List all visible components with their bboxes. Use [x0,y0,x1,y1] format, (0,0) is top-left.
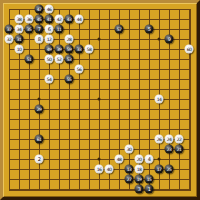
go-stone-white-12: 12 [45,35,54,44]
go-stone-black-49: 49 [45,45,54,54]
go-stone-black-25: 25 [165,165,174,174]
go-stone-black-53: 53 [65,55,74,64]
go-stone-white-56: 56 [75,65,84,74]
go-stone-black-7: 7 [35,25,44,34]
go-stone-white-26: 26 [155,135,164,144]
go-stone-white-46: 46 [45,5,54,14]
go-stone-black-61: 61 [35,135,44,144]
go-stone-black-13: 13 [125,165,134,174]
go-stone-black-57: 57 [115,25,124,34]
go-stone-white-10: 10 [15,45,24,54]
go-stone-black-21: 21 [175,145,184,154]
go-stone-black-47: 47 [35,5,44,14]
go-stone-white-60: 60 [185,45,194,54]
go-stone-black-35: 35 [25,25,34,34]
go-stone-white-40: 40 [105,165,114,174]
go-stone-white-24: 24 [165,135,174,144]
go-stone-white-36: 36 [25,15,34,24]
go-stone-black-45: 45 [35,15,44,24]
go-stone-black-43: 43 [65,15,74,24]
go-stone-white-50: 50 [45,55,54,64]
go-stone-black-37: 37 [5,25,14,34]
go-stone-black-17: 17 [155,165,164,174]
go-board[interactable]: 1234567891011121314151617181920212223242… [3,3,197,197]
go-stone-white-8: 8 [35,35,44,44]
go-stone-black-1: 1 [145,185,154,194]
star-point [158,38,161,41]
go-stone-white-32: 32 [5,35,14,44]
go-stone-white-48: 48 [115,155,124,164]
go-stone-white-38: 38 [15,15,24,24]
go-stone-white-42: 42 [55,15,64,24]
go-stone-black-41: 41 [45,15,54,24]
go-stone-white-2: 2 [35,155,44,164]
go-stone-black-11: 11 [55,25,64,34]
go-stone-black-59: 59 [65,45,74,54]
go-stone-black-5: 5 [145,25,154,34]
go-stone-white-54: 54 [45,75,54,84]
go-stone-white-34: 34 [15,25,24,34]
go-stone-black-15: 15 [145,175,154,184]
star-point [98,158,101,161]
go-stone-white-52: 52 [55,55,64,64]
go-stone-white-4: 4 [145,155,154,164]
go-stone-black-33: 33 [75,45,84,54]
star-point [38,98,41,101]
go-stone-black-9: 9 [165,35,174,44]
star-point [98,38,101,41]
go-stone-white-44: 44 [75,15,84,24]
go-stone-black-31: 31 [15,35,24,44]
star-point [158,158,161,161]
go-stone-white-22: 22 [175,135,184,144]
go-stone-black-3: 3 [135,185,144,194]
go-stone-white-16: 16 [95,165,104,174]
go-stone-white-14: 14 [155,95,164,104]
go-stone-white-30: 30 [125,145,134,154]
star-point [98,98,101,101]
go-stone-black-39: 39 [55,45,64,54]
go-stone-black-29: 29 [35,105,44,114]
go-stone-white-20: 20 [135,155,144,164]
go-stone-black-27: 27 [125,175,134,184]
go-stone-black-23: 23 [165,145,174,154]
board-frame: 1234567891011121314151617181920212223242… [0,0,200,200]
go-stone-black-19: 19 [135,175,144,184]
go-stone-white-6: 6 [45,25,54,34]
go-stone-white-18: 18 [135,165,144,174]
go-stone-black-55: 55 [65,75,74,84]
go-stone-black-51: 51 [25,55,34,64]
go-stone-white-28: 28 [65,35,74,44]
go-stone-white-58: 58 [85,45,94,54]
